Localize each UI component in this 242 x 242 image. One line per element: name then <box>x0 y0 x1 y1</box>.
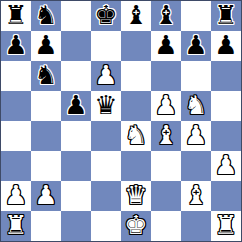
square-a1[interactable]: ♜ <box>1 211 31 241</box>
square-g3[interactable] <box>181 151 211 181</box>
square-d2[interactable] <box>91 181 121 211</box>
black-queen-icon[interactable]: ♛ <box>94 92 117 118</box>
square-b2[interactable]: ♟ <box>31 181 61 211</box>
square-a8[interactable]: ♜ <box>1 1 31 31</box>
square-a7[interactable]: ♟ <box>1 31 31 61</box>
square-g8[interactable] <box>181 1 211 31</box>
square-c8[interactable] <box>61 1 91 31</box>
square-d5[interactable]: ♛ <box>91 91 121 121</box>
square-e8[interactable]: ♝ <box>121 1 151 31</box>
square-b5[interactable] <box>31 91 61 121</box>
square-a4[interactable] <box>1 121 31 151</box>
white-pawn-icon[interactable]: ♟ <box>214 152 237 178</box>
white-king-icon[interactable]: ♚ <box>124 212 147 238</box>
white-bishop-icon[interactable]: ♝ <box>184 182 207 208</box>
square-h1[interactable]: ♜ <box>211 211 241 241</box>
black-knight-icon[interactable]: ♞ <box>34 2 57 28</box>
square-f2[interactable] <box>151 181 181 211</box>
square-g2[interactable]: ♝ <box>181 181 211 211</box>
square-h2[interactable] <box>211 181 241 211</box>
square-h8[interactable]: ♜ <box>211 1 241 31</box>
white-queen-icon[interactable]: ♛ <box>124 182 147 208</box>
square-f3[interactable] <box>151 151 181 181</box>
black-pawn-icon[interactable]: ♟ <box>184 32 207 58</box>
square-g7[interactable]: ♟ <box>181 31 211 61</box>
chess-board: ♜♞♚♝♝♜♟♟♟♟♟♞♟♟♛♟♞♞♝♟♟♟♟♛♝♜♚♜ <box>0 0 242 242</box>
square-c7[interactable] <box>61 31 91 61</box>
square-e2[interactable]: ♛ <box>121 181 151 211</box>
square-b8[interactable]: ♞ <box>31 1 61 31</box>
square-h6[interactable] <box>211 61 241 91</box>
square-a5[interactable] <box>1 91 31 121</box>
square-f5[interactable]: ♟ <box>151 91 181 121</box>
black-pawn-icon[interactable]: ♟ <box>64 92 87 118</box>
square-g6[interactable] <box>181 61 211 91</box>
square-d4[interactable] <box>91 121 121 151</box>
square-e5[interactable] <box>121 91 151 121</box>
square-h3[interactable]: ♟ <box>211 151 241 181</box>
square-e6[interactable] <box>121 61 151 91</box>
square-b3[interactable] <box>31 151 61 181</box>
white-knight-icon[interactable]: ♞ <box>124 122 147 148</box>
square-g5[interactable]: ♞ <box>181 91 211 121</box>
square-d6[interactable]: ♟ <box>91 61 121 91</box>
square-a2[interactable]: ♟ <box>1 181 31 211</box>
square-h4[interactable] <box>211 121 241 151</box>
square-d7[interactable] <box>91 31 121 61</box>
square-b4[interactable] <box>31 121 61 151</box>
black-rook-icon[interactable]: ♜ <box>4 2 27 28</box>
square-c1[interactable] <box>61 211 91 241</box>
square-a6[interactable] <box>1 61 31 91</box>
white-pawn-icon[interactable]: ♟ <box>34 182 57 208</box>
white-knight-icon[interactable]: ♞ <box>184 92 207 118</box>
black-knight-icon[interactable]: ♞ <box>34 62 57 88</box>
square-e3[interactable] <box>121 151 151 181</box>
black-pawn-icon[interactable]: ♟ <box>214 32 237 58</box>
black-pawn-icon[interactable]: ♟ <box>154 32 177 58</box>
white-pawn-icon[interactable]: ♟ <box>4 182 27 208</box>
square-c6[interactable] <box>61 61 91 91</box>
square-h5[interactable] <box>211 91 241 121</box>
square-f7[interactable]: ♟ <box>151 31 181 61</box>
square-d1[interactable] <box>91 211 121 241</box>
square-c4[interactable] <box>61 121 91 151</box>
square-a3[interactable] <box>1 151 31 181</box>
white-pawn-icon[interactable]: ♟ <box>184 122 207 148</box>
square-e7[interactable] <box>121 31 151 61</box>
square-f8[interactable]: ♝ <box>151 1 181 31</box>
square-g1[interactable] <box>181 211 211 241</box>
white-rook-icon[interactable]: ♜ <box>214 212 237 238</box>
square-d3[interactable] <box>91 151 121 181</box>
square-f4[interactable]: ♝ <box>151 121 181 151</box>
white-rook-icon[interactable]: ♜ <box>4 212 27 238</box>
square-b1[interactable] <box>31 211 61 241</box>
square-g4[interactable]: ♟ <box>181 121 211 151</box>
black-rook-icon[interactable]: ♜ <box>214 2 237 28</box>
black-bishop-icon[interactable]: ♝ <box>154 2 177 28</box>
square-e4[interactable]: ♞ <box>121 121 151 151</box>
black-bishop-icon[interactable]: ♝ <box>124 2 147 28</box>
square-f1[interactable] <box>151 211 181 241</box>
square-d8[interactable]: ♚ <box>91 1 121 31</box>
square-h7[interactable]: ♟ <box>211 31 241 61</box>
square-b6[interactable]: ♞ <box>31 61 61 91</box>
square-c5[interactable]: ♟ <box>61 91 91 121</box>
black-pawn-icon[interactable]: ♟ <box>4 32 27 58</box>
square-c3[interactable] <box>61 151 91 181</box>
white-pawn-icon[interactable]: ♟ <box>154 92 177 118</box>
white-pawn-icon[interactable]: ♟ <box>94 62 117 88</box>
square-c2[interactable] <box>61 181 91 211</box>
square-b7[interactable]: ♟ <box>31 31 61 61</box>
white-bishop-icon[interactable]: ♝ <box>154 122 177 148</box>
black-pawn-icon[interactable]: ♟ <box>34 32 57 58</box>
square-f6[interactable] <box>151 61 181 91</box>
black-king-icon[interactable]: ♚ <box>94 2 117 28</box>
square-e1[interactable]: ♚ <box>121 211 151 241</box>
chess-board-container: ♜♞♚♝♝♜♟♟♟♟♟♞♟♟♛♟♞♞♝♟♟♟♟♛♝♜♚♜ <box>0 0 242 242</box>
